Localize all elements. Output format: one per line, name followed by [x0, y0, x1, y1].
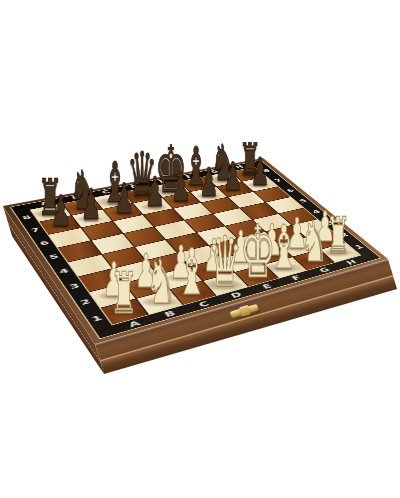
- piece-white-bishop[interactable]: ♝: [176, 241, 208, 305]
- piece-white-rook[interactable]: ♜: [110, 265, 138, 322]
- piece-black-pawn[interactable]: ♟: [144, 173, 164, 214]
- piece-white-knight[interactable]: ♞: [146, 252, 176, 313]
- piece-black-pawn[interactable]: ♟: [81, 184, 102, 227]
- piece-white-knight[interactable]: ♞: [300, 214, 328, 270]
- piece-black-pawn[interactable]: ♟: [223, 158, 242, 197]
- piece-white-rook[interactable]: ♜: [326, 211, 351, 261]
- piece-black-pawn[interactable]: ♟: [250, 153, 269, 192]
- brass-clasp-icon: [230, 304, 259, 319]
- piece-black-pawn[interactable]: ♟: [113, 178, 134, 220]
- piece-white-queen[interactable]: ♛: [208, 227, 243, 297]
- piece-black-pawn[interactable]: ♟: [170, 167, 190, 207]
- piece-white-bishop[interactable]: ♝: [269, 218, 299, 278]
- product-photo-stage: ABCDEFGH ABCDEFGH 87654321 87654321 ♜♞♝♛…: [0, 0, 400, 498]
- piece-black-pawn[interactable]: ♟: [51, 190, 72, 233]
- piece-black-pawn[interactable]: ♟: [199, 162, 219, 202]
